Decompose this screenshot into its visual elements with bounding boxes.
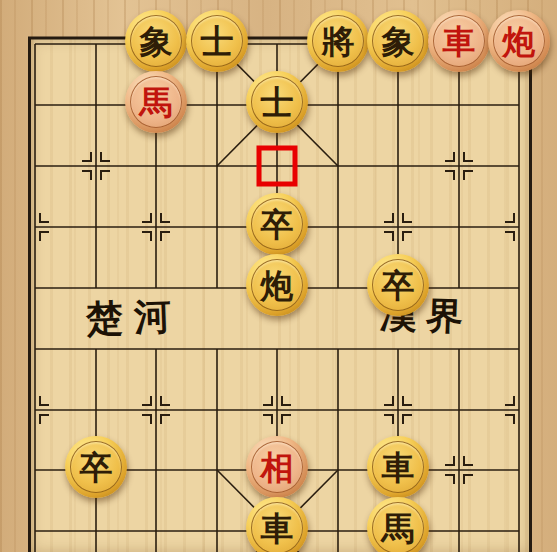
piece-glyph: 馬 — [130, 76, 182, 128]
piece-black-elephant-left[interactable]: 象 — [125, 10, 187, 72]
piece-glyph: 馬 — [372, 502, 424, 552]
piece-red-horse[interactable]: 馬 — [125, 71, 187, 133]
piece-glyph: 卒 — [372, 259, 424, 311]
piece-glyph: 卒 — [251, 198, 303, 250]
piece-glyph: 象 — [372, 15, 424, 67]
piece-black-pawn-right[interactable]: 卒 — [367, 254, 429, 316]
piece-glyph: 卒 — [70, 441, 122, 493]
piece-black-cannon[interactable]: 炮 — [246, 254, 308, 316]
piece-glyph: 士 — [191, 15, 243, 67]
piece-glyph: 車 — [251, 502, 303, 552]
piece-black-horse[interactable]: 馬 — [367, 497, 429, 552]
piece-glyph: 士 — [251, 76, 303, 128]
piece-glyph: 車 — [372, 441, 424, 493]
piece-black-general[interactable]: 將 — [307, 10, 369, 72]
piece-glyph: 炮 — [251, 259, 303, 311]
piece-red-chariot[interactable]: 車 — [428, 10, 490, 72]
piece-black-pawn-left[interactable]: 卒 — [65, 436, 127, 498]
piece-black-advisor-left[interactable]: 士 — [186, 10, 248, 72]
piece-black-chariot-2[interactable]: 車 — [246, 497, 308, 552]
river-label-left: 楚河 — [85, 297, 182, 337]
piece-black-pawn-center[interactable]: 卒 — [246, 193, 308, 255]
piece-black-chariot-1[interactable]: 車 — [367, 436, 429, 498]
piece-glyph: 象 — [130, 15, 182, 67]
piece-red-elephant[interactable]: 相 — [246, 436, 308, 498]
piece-glyph: 炮 — [493, 15, 545, 67]
piece-black-advisor-center[interactable]: 士 — [246, 71, 308, 133]
piece-glyph: 將 — [312, 15, 364, 67]
piece-glyph: 車 — [433, 15, 485, 67]
piece-red-cannon[interactable]: 炮 — [488, 10, 550, 72]
piece-black-elephant-right[interactable]: 象 — [367, 10, 429, 72]
wood-background: 楚河 漢界 象 士 將 象 車 炮 馬 士 卒 炮 卒 卒 相 車 車 馬 — [0, 0, 557, 552]
piece-glyph: 相 — [251, 441, 303, 493]
